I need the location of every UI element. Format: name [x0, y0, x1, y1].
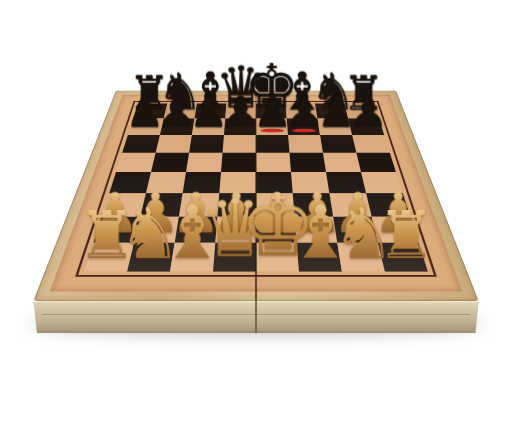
- board-squares: ♜♞♝♛♚♝♞♜♟♟♟♟♟♟♟♟♟♟♟♟♟♟♟♟♜♞♝♛♚♝♞♜: [84, 104, 428, 272]
- chess-board: ♜♞♝♛♚♝♞♜♟♟♟♟♟♟♟♟♟♟♟♟♟♟♟♟♜♞♝♛♚♝♞♜: [33, 91, 478, 301]
- product-photo: ♜♞♝♛♚♝♞♜♟♟♟♟♟♟♟♟♟♟♟♟♟♟♟♟♜♞♝♛♚♝♞♜: [0, 0, 512, 422]
- square-e7[interactable]: ♟: [256, 119, 288, 135]
- square-g7[interactable]: ♟: [317, 119, 352, 135]
- square-h7[interactable]: ♟: [348, 119, 384, 135]
- square-h1[interactable]: ♜: [378, 243, 428, 272]
- square-d7[interactable]: ♟: [224, 119, 256, 135]
- square-f7[interactable]: ♟: [287, 119, 320, 135]
- board-scene: ♜♞♝♛♚♝♞♜♟♟♟♟♟♟♟♟♟♟♟♟♟♟♟♟♜♞♝♛♚♝♞♜: [84, 0, 428, 344]
- white-rook-h1[interactable]: ♜: [376, 203, 435, 269]
- black-pawn-h7[interactable]: ♟: [348, 90, 387, 134]
- board-surface: ♜♞♝♛♚♝♞♜♟♟♟♟♟♟♟♟♟♟♟♟♟♟♟♟♜♞♝♛♚♝♞♜: [50, 95, 462, 292]
